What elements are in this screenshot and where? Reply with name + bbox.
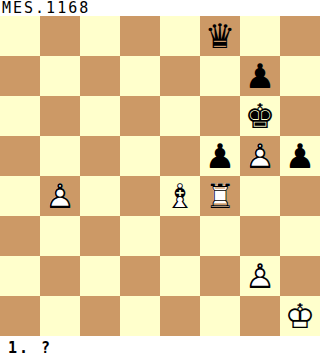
- chess-puzzle-page: MES.1168 ♛♟♚♟♟♙♟♟♙♝♗♜♖♟♙♚♔ 1. ?: [0, 0, 320, 360]
- square-d4[interactable]: [120, 176, 160, 216]
- square-g5[interactable]: ♟♙: [240, 136, 280, 176]
- piece-white-bishop: ♝♗: [160, 176, 200, 216]
- square-a2[interactable]: [0, 256, 40, 296]
- square-g2[interactable]: ♟♙: [240, 256, 280, 296]
- square-a6[interactable]: [0, 96, 40, 136]
- square-h2[interactable]: [280, 256, 320, 296]
- square-e1[interactable]: [160, 296, 200, 336]
- square-e4[interactable]: ♝♗: [160, 176, 200, 216]
- piece-black-queen: ♛: [200, 16, 240, 56]
- piece-black-pawn: ♟: [240, 56, 280, 96]
- square-d1[interactable]: [120, 296, 160, 336]
- chess-board: ♛♟♚♟♟♙♟♟♙♝♗♜♖♟♙♚♔: [0, 16, 320, 336]
- piece-white-rook: ♜♖: [200, 176, 240, 216]
- square-h6[interactable]: [280, 96, 320, 136]
- square-g4[interactable]: [240, 176, 280, 216]
- square-b4[interactable]: ♟♙: [40, 176, 80, 216]
- piece-black-pawn: ♟: [200, 136, 240, 176]
- square-h4[interactable]: [280, 176, 320, 216]
- square-b8[interactable]: [40, 16, 80, 56]
- square-a8[interactable]: [0, 16, 40, 56]
- square-b2[interactable]: [40, 256, 80, 296]
- square-a5[interactable]: [0, 136, 40, 176]
- square-d7[interactable]: [120, 56, 160, 96]
- square-a3[interactable]: [0, 216, 40, 256]
- square-f5[interactable]: ♟: [200, 136, 240, 176]
- square-b3[interactable]: [40, 216, 80, 256]
- square-d3[interactable]: [120, 216, 160, 256]
- square-d6[interactable]: [120, 96, 160, 136]
- piece-black-pawn: ♟: [280, 136, 320, 176]
- square-f3[interactable]: [200, 216, 240, 256]
- move-prompt: 1. ?: [0, 336, 320, 360]
- square-f8[interactable]: ♛: [200, 16, 240, 56]
- square-f6[interactable]: [200, 96, 240, 136]
- square-d5[interactable]: [120, 136, 160, 176]
- square-g3[interactable]: [240, 216, 280, 256]
- square-h3[interactable]: [280, 216, 320, 256]
- square-b6[interactable]: [40, 96, 80, 136]
- square-h1[interactable]: ♚♔: [280, 296, 320, 336]
- square-e8[interactable]: [160, 16, 200, 56]
- piece-white-pawn: ♟♙: [40, 176, 80, 216]
- square-c7[interactable]: [80, 56, 120, 96]
- piece-black-king: ♚: [240, 96, 280, 136]
- square-h5[interactable]: ♟: [280, 136, 320, 176]
- square-e6[interactable]: [160, 96, 200, 136]
- square-f2[interactable]: [200, 256, 240, 296]
- square-g8[interactable]: [240, 16, 280, 56]
- square-g7[interactable]: ♟: [240, 56, 280, 96]
- square-g1[interactable]: [240, 296, 280, 336]
- square-a4[interactable]: [0, 176, 40, 216]
- square-b5[interactable]: [40, 136, 80, 176]
- square-b1[interactable]: [40, 296, 80, 336]
- piece-white-pawn: ♟♙: [240, 256, 280, 296]
- square-a1[interactable]: [0, 296, 40, 336]
- square-c8[interactable]: [80, 16, 120, 56]
- square-h7[interactable]: [280, 56, 320, 96]
- square-e3[interactable]: [160, 216, 200, 256]
- square-a7[interactable]: [0, 56, 40, 96]
- square-c4[interactable]: [80, 176, 120, 216]
- square-e2[interactable]: [160, 256, 200, 296]
- puzzle-title: MES.1168: [0, 0, 320, 16]
- square-f1[interactable]: [200, 296, 240, 336]
- square-h8[interactable]: [280, 16, 320, 56]
- square-e7[interactable]: [160, 56, 200, 96]
- piece-white-pawn: ♟♙: [240, 136, 280, 176]
- square-c2[interactable]: [80, 256, 120, 296]
- square-d2[interactable]: [120, 256, 160, 296]
- square-c3[interactable]: [80, 216, 120, 256]
- square-c6[interactable]: [80, 96, 120, 136]
- square-g6[interactable]: ♚: [240, 96, 280, 136]
- square-e5[interactable]: [160, 136, 200, 176]
- square-f4[interactable]: ♜♖: [200, 176, 240, 216]
- square-d8[interactable]: [120, 16, 160, 56]
- piece-white-king: ♚♔: [280, 296, 320, 336]
- square-c5[interactable]: [80, 136, 120, 176]
- square-f7[interactable]: [200, 56, 240, 96]
- square-b7[interactable]: [40, 56, 80, 96]
- square-c1[interactable]: [80, 296, 120, 336]
